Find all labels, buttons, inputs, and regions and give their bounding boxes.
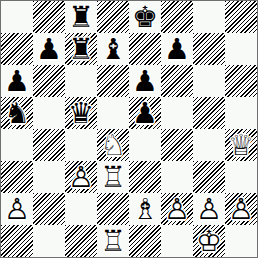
piece-white-rook: ♖ <box>97 225 129 257</box>
square-g6[interactable] <box>193 65 225 97</box>
square-h3[interactable] <box>225 161 257 193</box>
square-d7[interactable]: ♝♝ <box>97 33 129 65</box>
square-h1[interactable] <box>225 225 257 257</box>
square-c1[interactable] <box>65 225 97 257</box>
piece-halo: ♟ <box>1 65 33 97</box>
piece-halo: ♚ <box>129 1 161 33</box>
square-b7[interactable]: ♟♟ <box>33 33 65 65</box>
piece-black-pawn: ♟ <box>1 65 33 97</box>
square-d2[interactable] <box>97 193 129 225</box>
square-h8[interactable] <box>225 1 257 33</box>
square-e5[interactable]: ♟♟ <box>129 97 161 129</box>
square-b5[interactable] <box>33 97 65 129</box>
piece-halo: ♟ <box>33 33 65 65</box>
square-e1[interactable] <box>129 225 161 257</box>
square-g4[interactable] <box>193 129 225 161</box>
square-g1[interactable]: ♚♔ <box>193 225 225 257</box>
square-e6[interactable]: ♟♟ <box>129 65 161 97</box>
piece-halo: ♟ <box>65 161 97 193</box>
square-e3[interactable] <box>129 161 161 193</box>
piece-halo: ♜ <box>97 225 129 257</box>
square-f7[interactable]: ♟♟ <box>161 33 193 65</box>
square-d8[interactable] <box>97 1 129 33</box>
piece-white-pawn: ♙ <box>1 193 33 225</box>
piece-halo: ♞ <box>97 129 129 161</box>
piece-halo: ♝ <box>129 193 161 225</box>
square-g5[interactable] <box>193 97 225 129</box>
square-g2[interactable]: ♟♙ <box>193 193 225 225</box>
square-f6[interactable] <box>161 65 193 97</box>
square-a7[interactable] <box>1 33 33 65</box>
square-b3[interactable] <box>33 161 65 193</box>
square-c8[interactable]: ♜♜ <box>65 1 97 33</box>
square-b4[interactable] <box>33 129 65 161</box>
piece-halo: ♟ <box>161 33 193 65</box>
piece-halo: ♟ <box>193 193 225 225</box>
square-g8[interactable] <box>193 1 225 33</box>
square-a8[interactable] <box>1 1 33 33</box>
square-f1[interactable] <box>161 225 193 257</box>
square-a2[interactable]: ♟♙ <box>1 193 33 225</box>
square-c2[interactable] <box>65 193 97 225</box>
piece-white-pawn: ♙ <box>65 161 97 193</box>
square-h6[interactable] <box>225 65 257 97</box>
square-e2[interactable]: ♝♗ <box>129 193 161 225</box>
square-c6[interactable] <box>65 65 97 97</box>
piece-white-pawn: ♙ <box>193 193 225 225</box>
piece-white-king: ♔ <box>193 225 225 257</box>
square-d1[interactable]: ♜♖ <box>97 225 129 257</box>
square-a4[interactable] <box>1 129 33 161</box>
square-b6[interactable] <box>33 65 65 97</box>
piece-black-rook: ♜ <box>65 1 97 33</box>
square-b8[interactable] <box>33 1 65 33</box>
piece-white-pawn: ♙ <box>161 193 193 225</box>
square-e7[interactable] <box>129 33 161 65</box>
piece-halo: ♛ <box>65 97 97 129</box>
square-a6[interactable]: ♟♟ <box>1 65 33 97</box>
square-f4[interactable] <box>161 129 193 161</box>
piece-black-rook: ♜ <box>65 33 97 65</box>
square-g7[interactable] <box>193 33 225 65</box>
square-a3[interactable] <box>1 161 33 193</box>
square-h5[interactable] <box>225 97 257 129</box>
square-c3[interactable]: ♟♙ <box>65 161 97 193</box>
square-g3[interactable] <box>193 161 225 193</box>
chess-board-frame: ♜♜♚♚♟♟♜♜♝♝♟♟♟♟♟♟♞♞♛♛♟♟♞♘♛♕♟♙♜♖♟♙♝♗♟♙♟♙♟♙… <box>0 0 258 258</box>
piece-halo: ♜ <box>65 1 97 33</box>
piece-halo: ♛ <box>225 129 257 161</box>
square-b1[interactable] <box>33 225 65 257</box>
square-c7[interactable]: ♜♜ <box>65 33 97 65</box>
piece-white-pawn: ♙ <box>225 193 257 225</box>
piece-halo: ♟ <box>129 97 161 129</box>
piece-halo: ♝ <box>97 33 129 65</box>
piece-black-queen: ♛ <box>65 97 97 129</box>
square-f2[interactable]: ♟♙ <box>161 193 193 225</box>
square-f3[interactable] <box>161 161 193 193</box>
piece-black-pawn: ♟ <box>129 97 161 129</box>
piece-white-queen: ♕ <box>225 129 257 161</box>
square-h7[interactable] <box>225 33 257 65</box>
piece-halo: ♟ <box>1 193 33 225</box>
piece-halo: ♟ <box>129 65 161 97</box>
square-e4[interactable] <box>129 129 161 161</box>
square-c4[interactable] <box>65 129 97 161</box>
square-h2[interactable]: ♟♙ <box>225 193 257 225</box>
square-d4[interactable]: ♞♘ <box>97 129 129 161</box>
square-c5[interactable]: ♛♛ <box>65 97 97 129</box>
piece-black-bishop: ♝ <box>97 33 129 65</box>
piece-halo: ♟ <box>161 193 193 225</box>
piece-halo: ♟ <box>225 193 257 225</box>
piece-white-rook: ♖ <box>97 161 129 193</box>
square-a1[interactable] <box>1 225 33 257</box>
piece-halo: ♞ <box>1 97 33 129</box>
square-d5[interactable] <box>97 97 129 129</box>
square-f5[interactable] <box>161 97 193 129</box>
square-f8[interactable] <box>161 1 193 33</box>
piece-halo: ♜ <box>65 33 97 65</box>
piece-black-pawn: ♟ <box>33 33 65 65</box>
piece-black-knight: ♞ <box>1 97 33 129</box>
piece-black-pawn: ♟ <box>129 65 161 97</box>
square-d3[interactable]: ♜♖ <box>97 161 129 193</box>
piece-halo: ♚ <box>193 225 225 257</box>
square-e8[interactable]: ♚♚ <box>129 1 161 33</box>
chess-board: ♜♜♚♚♟♟♜♜♝♝♟♟♟♟♟♟♞♞♛♛♟♟♞♘♛♕♟♙♜♖♟♙♝♗♟♙♟♙♟♙… <box>1 1 257 257</box>
square-a5[interactable]: ♞♞ <box>1 97 33 129</box>
piece-white-bishop: ♗ <box>129 193 161 225</box>
square-d6[interactable] <box>97 65 129 97</box>
piece-black-king: ♚ <box>129 1 161 33</box>
piece-halo: ♜ <box>97 161 129 193</box>
piece-white-knight: ♘ <box>97 129 129 161</box>
square-h4[interactable]: ♛♕ <box>225 129 257 161</box>
piece-black-pawn: ♟ <box>161 33 193 65</box>
square-b2[interactable] <box>33 193 65 225</box>
